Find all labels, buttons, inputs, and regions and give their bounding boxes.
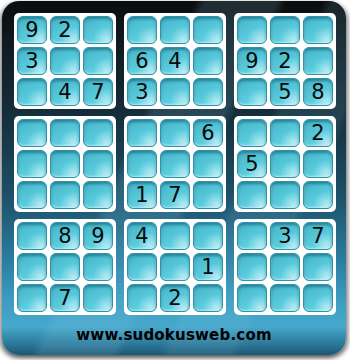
sudoku-cell-r4c5[interactable] [160,119,190,147]
sudoku-cell-r7c8[interactable]: 3 [270,222,300,250]
sudoku-cell-r8c7[interactable] [237,253,267,281]
sudoku-cell-r5c2[interactable] [50,150,80,178]
sudoku-box-r1c2: 643 [124,13,226,109]
sudoku-cell-r9c8[interactable] [270,284,300,312]
sudoku-cell-r8c2[interactable] [50,253,80,281]
sudoku-cell-r1c9[interactable] [303,16,333,44]
sudoku-box-r2c3: 25 [234,116,336,212]
sudoku-cell-r2c5[interactable]: 4 [160,47,190,75]
sudoku-cell-r4c9[interactable]: 2 [303,119,333,147]
sudoku-cell-r8c5[interactable] [160,253,190,281]
sudoku-cell-r2c9[interactable] [303,47,333,75]
sudoku-cell-r2c6[interactable] [193,47,223,75]
sudoku-cell-r6c5[interactable]: 7 [160,181,190,209]
sudoku-cell-r8c1[interactable] [17,253,47,281]
sudoku-cell-r4c6[interactable]: 6 [193,119,223,147]
sudoku-board: 9234764392586172589741237 [14,13,336,315]
sudoku-cell-r5c4[interactable] [127,150,157,178]
sudoku-cell-r8c9[interactable] [303,253,333,281]
sudoku-cell-r4c2[interactable] [50,119,80,147]
sudoku-box-r3c1: 897 [14,219,116,315]
sudoku-cell-r3c3[interactable]: 7 [83,78,113,106]
sudoku-cell-r3c5[interactable] [160,78,190,106]
sudoku-cell-r9c2[interactable]: 7 [50,284,80,312]
sudoku-box-r3c2: 412 [124,219,226,315]
sudoku-cell-r2c4[interactable]: 6 [127,47,157,75]
sudoku-cell-r9c6[interactable] [193,284,223,312]
sudoku-cell-r4c4[interactable] [127,119,157,147]
sudoku-cell-r8c4[interactable] [127,253,157,281]
sudoku-cell-r3c4[interactable]: 3 [127,78,157,106]
sudoku-cell-r2c8[interactable]: 2 [270,47,300,75]
sudoku-cell-r7c3[interactable]: 9 [83,222,113,250]
sudoku-cell-r5c1[interactable] [17,150,47,178]
sudoku-cell-r5c6[interactable] [193,150,223,178]
sudoku-cell-r1c2[interactable]: 2 [50,16,80,44]
sudoku-cell-r1c3[interactable] [83,16,113,44]
sudoku-cell-r6c7[interactable] [237,181,267,209]
sudoku-cell-r8c8[interactable] [270,253,300,281]
sudoku-cell-r1c7[interactable] [237,16,267,44]
sudoku-cell-r7c4[interactable]: 4 [127,222,157,250]
sudoku-cell-r7c5[interactable] [160,222,190,250]
sudoku-cell-r7c7[interactable] [237,222,267,250]
sudoku-cell-r3c8[interactable]: 5 [270,78,300,106]
sudoku-cell-r7c9[interactable]: 7 [303,222,333,250]
sudoku-cell-r1c8[interactable] [270,16,300,44]
sudoku-cell-r5c7[interactable]: 5 [237,150,267,178]
sudoku-cell-r6c9[interactable] [303,181,333,209]
sudoku-cell-r9c7[interactable] [237,284,267,312]
sudoku-cell-r6c8[interactable] [270,181,300,209]
sudoku-cell-r3c2[interactable]: 4 [50,78,80,106]
sudoku-cell-r3c6[interactable] [193,78,223,106]
sudoku-cell-r5c9[interactable] [303,150,333,178]
sudoku-cell-r9c9[interactable] [303,284,333,312]
sudoku-cell-r2c2[interactable] [50,47,80,75]
sudoku-box-r2c1 [14,116,116,212]
sudoku-cell-r9c4[interactable] [127,284,157,312]
sudoku-cell-r8c3[interactable] [83,253,113,281]
site-url: www.sudokusweb.com [2,326,346,344]
sudoku-cell-r6c6[interactable] [193,181,223,209]
sudoku-cell-r2c7[interactable]: 9 [237,47,267,75]
sudoku-box-r1c1: 92347 [14,13,116,109]
sudoku-cell-r4c3[interactable] [83,119,113,147]
sudoku-cell-r2c1[interactable]: 3 [17,47,47,75]
sudoku-cell-r9c5[interactable]: 2 [160,284,190,312]
sudoku-cell-r6c1[interactable] [17,181,47,209]
sudoku-cell-r9c1[interactable] [17,284,47,312]
sudoku-cell-r1c6[interactable] [193,16,223,44]
sudoku-cell-r4c8[interactable] [270,119,300,147]
sudoku-cell-r5c5[interactable] [160,150,190,178]
sudoku-box-r1c3: 9258 [234,13,336,109]
sudoku-cell-r7c2[interactable]: 8 [50,222,80,250]
sudoku-cell-r3c7[interactable] [237,78,267,106]
sudoku-cell-r5c8[interactable] [270,150,300,178]
sudoku-box-r3c3: 37 [234,219,336,315]
sudoku-cell-r7c1[interactable] [17,222,47,250]
sudoku-cell-r4c1[interactable] [17,119,47,147]
sudoku-widget: 9234764392586172589741237 www.sudokusweb… [2,1,346,355]
sudoku-cell-r1c4[interactable] [127,16,157,44]
sudoku-cell-r9c3[interactable] [83,284,113,312]
sudoku-cell-r1c5[interactable] [160,16,190,44]
sudoku-cell-r3c9[interactable]: 8 [303,78,333,106]
sudoku-cell-r1c1[interactable]: 9 [17,16,47,44]
sudoku-cell-r6c3[interactable] [83,181,113,209]
sudoku-cell-r6c2[interactable] [50,181,80,209]
sudoku-cell-r6c4[interactable]: 1 [127,181,157,209]
sudoku-cell-r5c3[interactable] [83,150,113,178]
sudoku-cell-r2c3[interactable] [83,47,113,75]
sudoku-cell-r3c1[interactable] [17,78,47,106]
sudoku-box-r2c2: 617 [124,116,226,212]
sudoku-cell-r4c7[interactable] [237,119,267,147]
sudoku-cell-r7c6[interactable] [193,222,223,250]
sudoku-cell-r8c6[interactable]: 1 [193,253,223,281]
